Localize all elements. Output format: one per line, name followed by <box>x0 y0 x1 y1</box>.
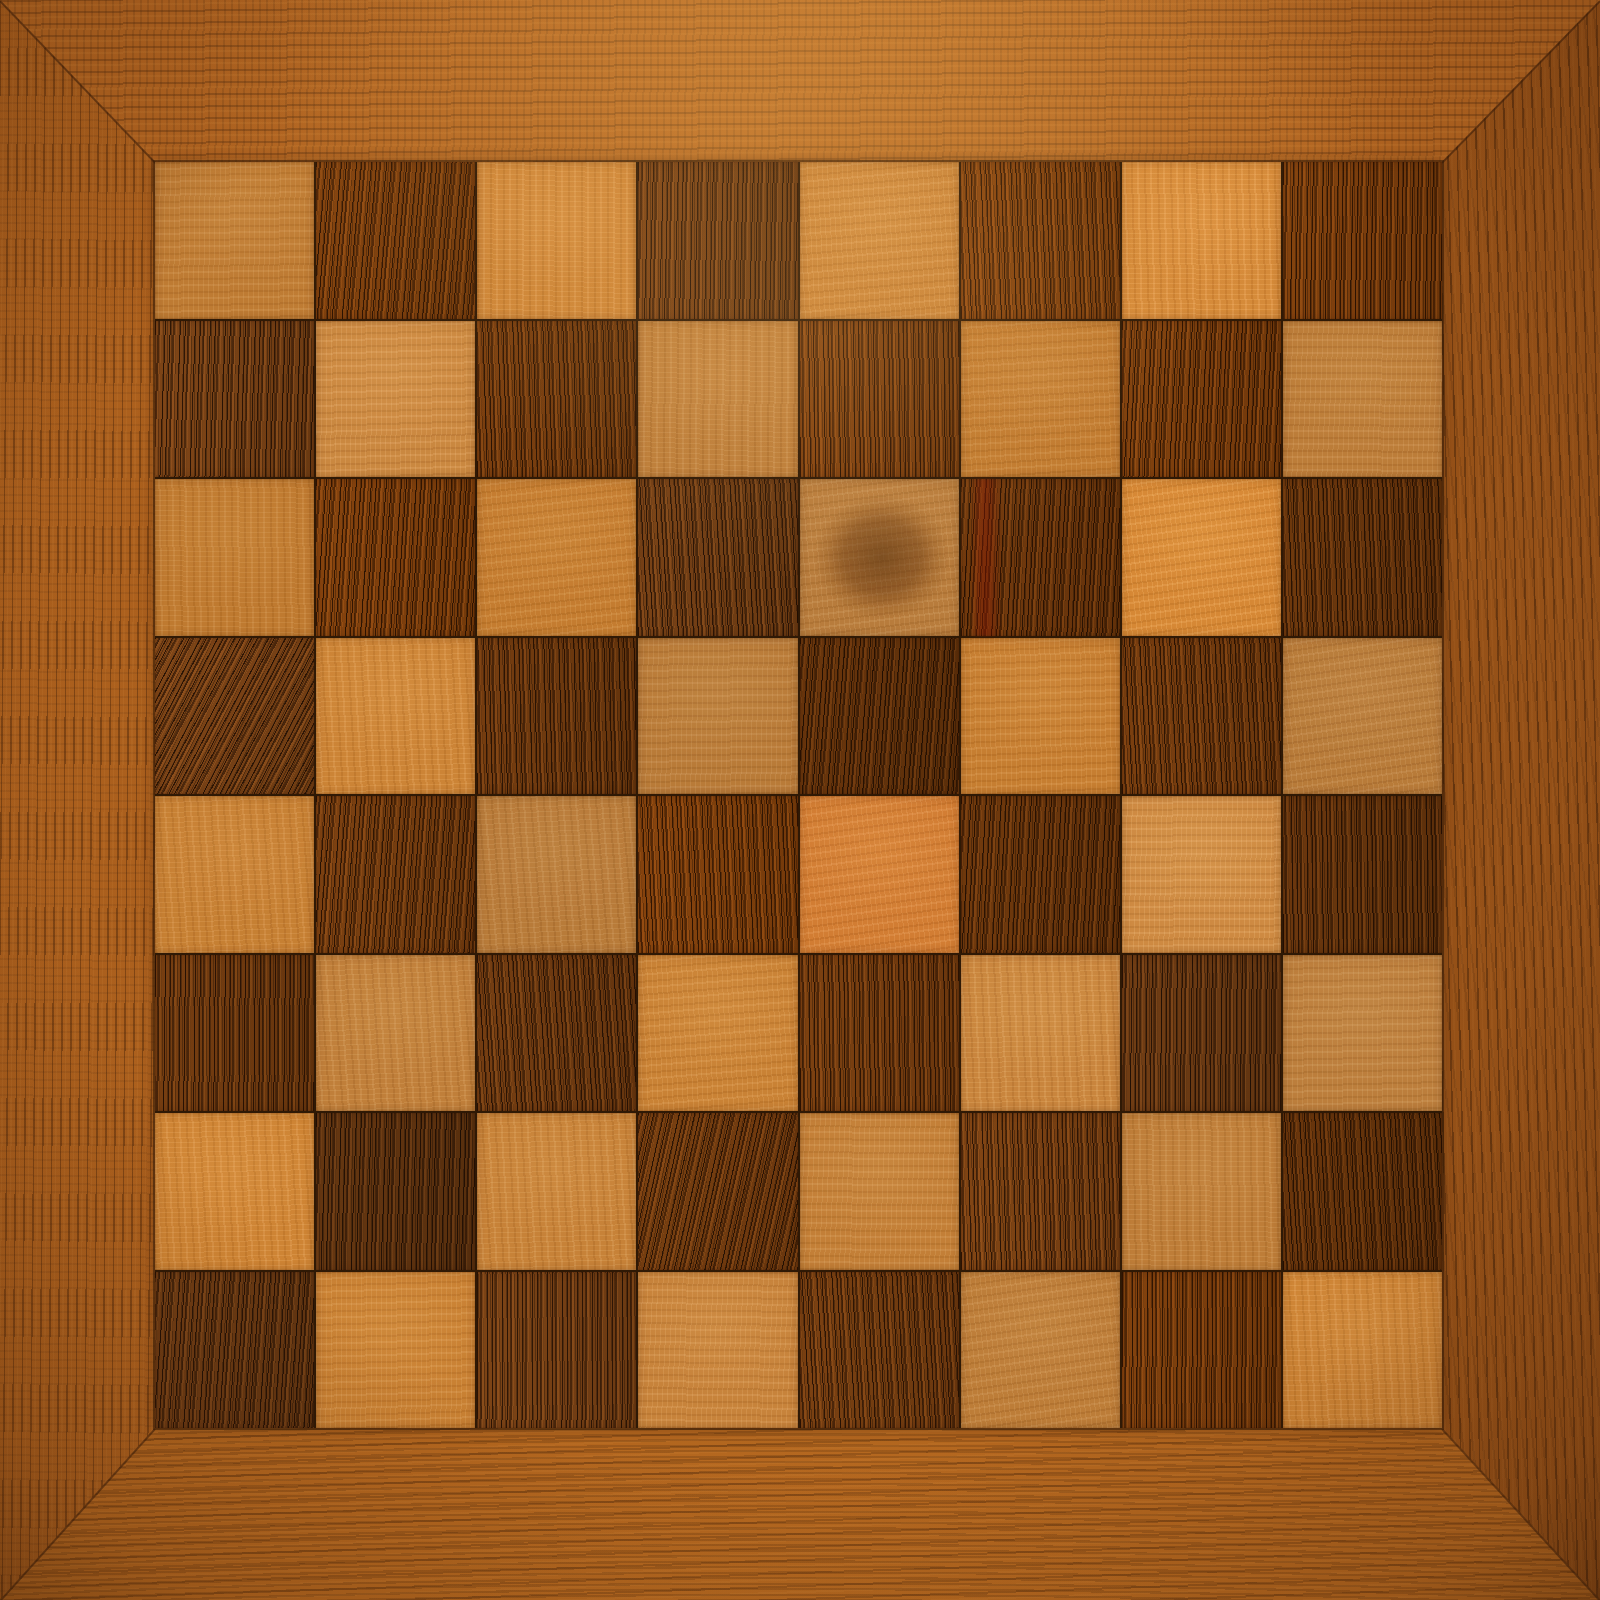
square-r4c4 <box>638 638 797 795</box>
square-r3c4 <box>638 479 797 636</box>
square-r1c2 <box>316 162 475 319</box>
square-r2c2 <box>316 321 475 478</box>
square-r2c5 <box>800 321 959 478</box>
square-r4c3 <box>477 638 636 795</box>
square-r2c1 <box>155 321 314 478</box>
square-r5c2 <box>316 796 475 953</box>
square-r2c8 <box>1283 321 1442 478</box>
square-r8c1 <box>155 1272 314 1429</box>
square-r2c7 <box>1122 321 1281 478</box>
square-r1c4 <box>638 162 797 319</box>
square-r7c3 <box>477 1113 636 1270</box>
red-streak-mark <box>961 479 1120 636</box>
square-r8c7 <box>1122 1272 1281 1429</box>
square-r6c2 <box>316 955 475 1112</box>
square-r5c5 <box>800 796 959 953</box>
square-r5c6 <box>961 796 1120 953</box>
square-r4c2 <box>316 638 475 795</box>
square-r8c8 <box>1283 1272 1442 1429</box>
square-r4c6 <box>961 638 1120 795</box>
square-r5c3 <box>477 796 636 953</box>
chessboard-photo <box>0 0 1600 1600</box>
square-r3c2 <box>316 479 475 636</box>
square-r2c4 <box>638 321 797 478</box>
square-r6c1 <box>155 955 314 1112</box>
stain-mark <box>809 488 949 626</box>
square-r8c4 <box>638 1272 797 1429</box>
square-r7c6 <box>961 1113 1120 1270</box>
square-r2c3 <box>477 321 636 478</box>
square-r2c6 <box>961 321 1120 478</box>
square-r4c1 <box>155 638 314 795</box>
square-r4c5 <box>800 638 959 795</box>
square-r5c4 <box>638 796 797 953</box>
square-r1c7 <box>1122 162 1281 319</box>
square-r1c1 <box>155 162 314 319</box>
square-r6c7 <box>1122 955 1281 1112</box>
square-r7c4 <box>638 1113 797 1270</box>
square-r7c7 <box>1122 1113 1281 1270</box>
square-r7c8 <box>1283 1113 1442 1270</box>
square-r7c5 <box>800 1113 959 1270</box>
square-r1c6 <box>961 162 1120 319</box>
square-r6c6 <box>961 955 1120 1112</box>
square-r6c4 <box>638 955 797 1112</box>
square-r6c5 <box>800 955 959 1112</box>
square-r7c2 <box>316 1113 475 1270</box>
square-r3c3 <box>477 479 636 636</box>
square-r6c8 <box>1283 955 1442 1112</box>
chessboard-grid <box>155 162 1442 1428</box>
square-r1c8 <box>1283 162 1442 319</box>
square-r3c5 <box>800 479 959 636</box>
square-r5c7 <box>1122 796 1281 953</box>
square-r6c3 <box>477 955 636 1112</box>
square-r5c1 <box>155 796 314 953</box>
square-r8c2 <box>316 1272 475 1429</box>
square-r3c7 <box>1122 479 1281 636</box>
square-r8c3 <box>477 1272 636 1429</box>
square-r1c3 <box>477 162 636 319</box>
square-r4c8 <box>1283 638 1442 795</box>
square-r4c7 <box>1122 638 1281 795</box>
square-r7c1 <box>155 1113 314 1270</box>
chessboard <box>155 162 1442 1428</box>
square-r5c8 <box>1283 796 1442 953</box>
square-r8c5 <box>800 1272 959 1429</box>
square-r8c6 <box>961 1272 1120 1429</box>
square-r3c8 <box>1283 479 1442 636</box>
square-r3c1 <box>155 479 314 636</box>
square-r3c6 <box>961 479 1120 636</box>
square-r1c5 <box>800 162 959 319</box>
